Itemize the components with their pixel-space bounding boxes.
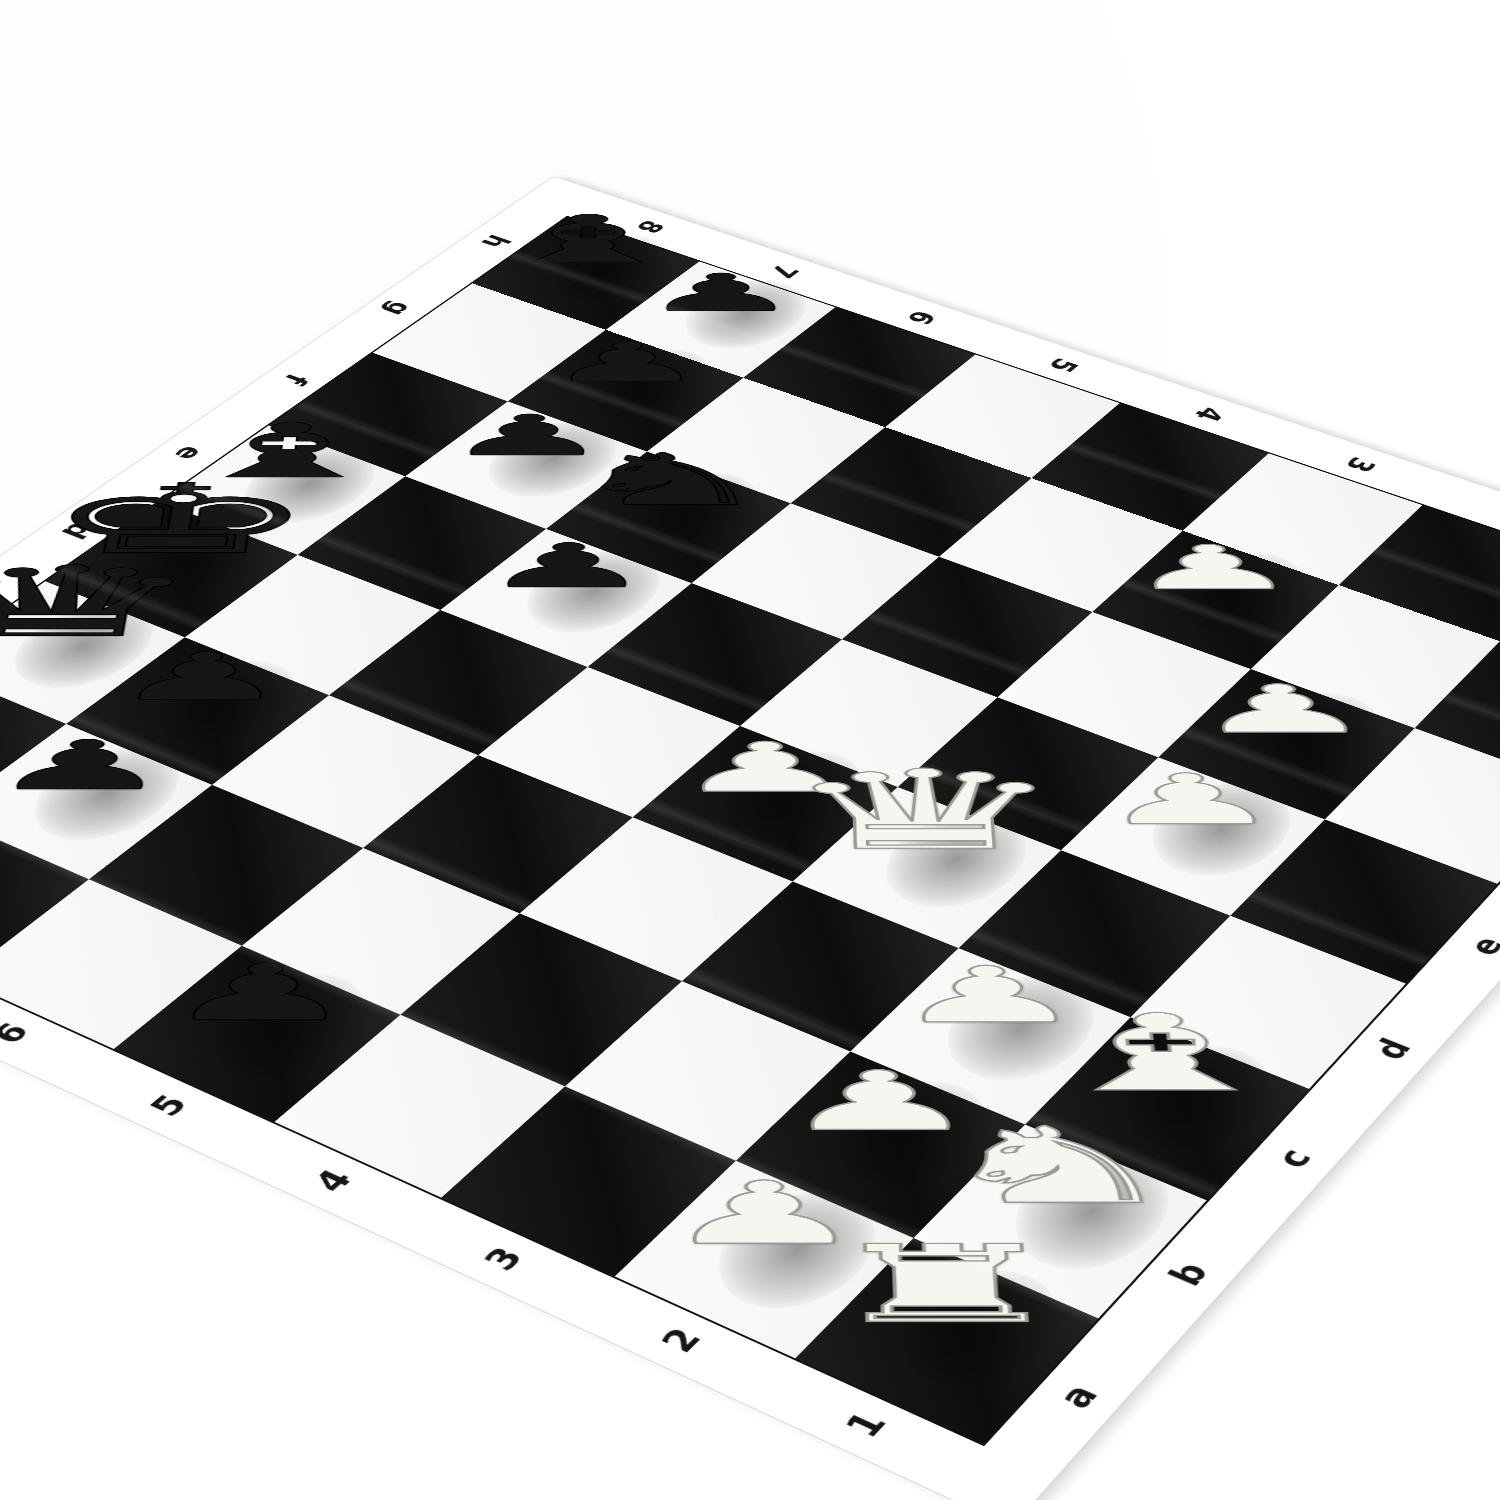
piece-black-pawn-e6[interactable]: ♟ <box>408 536 726 597</box>
piece-white-bishop-c1[interactable]: ♝ <box>978 1001 1351 1107</box>
piece-black-queen-c8[interactable]: ♛ <box>0 553 232 651</box>
piece-white-knight-b1[interactable]: ♞ <box>869 1114 1249 1219</box>
piece-white-pawn-g3[interactable]: ♟ <box>1051 537 1375 598</box>
piece-black-pawn-h7[interactable]: ♟ <box>575 267 867 318</box>
piece-white-rook-a1[interactable]: ♜ <box>753 1231 1141 1338</box>
piece-black-knight-f6[interactable]: ♞ <box>514 444 824 516</box>
chess-board-3d: 8877665544332211aabbccddeeffgghh ♝♟♝♟♚♟♛… <box>0 177 1500 1500</box>
photo-canvas: 8877665544332211aabbccddeeffgghh ♝♟♝♟♚♟♛… <box>0 0 1500 1500</box>
piece-white-pawn-f2[interactable]: ♟ <box>1114 676 1453 742</box>
piece-black-pawn-g7[interactable]: ♟ <box>477 336 775 390</box>
piece-black-pawn-a5[interactable]: ♟ <box>78 954 443 1032</box>
piece-black-pawn-c7[interactable]: ♟ <box>34 644 369 709</box>
piece-white-pawn-e2[interactable]: ♟ <box>1018 765 1364 835</box>
piece-black-pawn-b7[interactable]: ♟ <box>0 731 255 799</box>
